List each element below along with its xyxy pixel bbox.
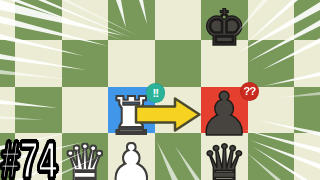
square-d3 [108, 40, 155, 87]
square-h4 [294, 0, 320, 40]
square-f4: ♚ [201, 0, 248, 40]
square-e3 [155, 40, 202, 87]
square-a2 [0, 87, 15, 134]
square-c1: ♛ [62, 133, 109, 180]
blunder-move-badge: ?? [240, 82, 260, 102]
square-b4 [15, 0, 62, 40]
square-h3 [294, 40, 320, 87]
square-b3 [15, 40, 62, 87]
chess-thumbnail: ♚♜♟♛♟♛ [0, 0, 320, 180]
square-g3 [248, 40, 295, 87]
square-f1: ♛ [201, 133, 248, 180]
piece-black-queen: ♛ [201, 138, 247, 180]
square-b2 [15, 87, 62, 134]
square-c3 [62, 40, 109, 87]
piece-white-pawn: ♟ [108, 137, 155, 180]
square-f3 [201, 40, 248, 87]
square-a4 [0, 0, 15, 40]
square-e1 [155, 133, 202, 180]
square-g4 [248, 0, 295, 40]
blunder-move-label: ?? [243, 85, 255, 97]
square-h1 [294, 133, 320, 180]
square-a3 [0, 40, 15, 87]
square-c4 [62, 0, 109, 40]
brilliant-move-badge: !! [146, 83, 166, 103]
square-e4 [155, 0, 202, 40]
piece-white-queen: ♛ [62, 138, 108, 180]
square-d1: ♟ [108, 133, 155, 180]
square-d4 [108, 0, 155, 40]
episode-number: #74 [1, 135, 57, 180]
square-c2 [62, 87, 109, 134]
square-g1 [248, 133, 295, 180]
brilliant-move-label: !! [152, 87, 158, 99]
square-h2 [294, 87, 320, 134]
